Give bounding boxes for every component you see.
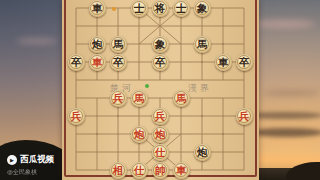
creator-handle: @全民象棋 — [7, 168, 37, 176]
piece-black-f5r1[interactable]: 将 — [152, 0, 169, 17]
piece-black-f2r1[interactable]: 車 — [89, 0, 106, 17]
piece-red-f5r8[interactable]: 炮 — [152, 126, 169, 143]
piece-black-f1r4[interactable]: 卒 — [68, 54, 85, 71]
piece-black-f2r3[interactable]: 炮 — [89, 36, 106, 53]
watermark: ▶ 西瓜视频 @全民象棋 — [7, 154, 57, 180]
piece-black-f7r3[interactable]: 馬 — [194, 36, 211, 53]
piece-red-f9r7[interactable]: 兵 — [236, 108, 253, 125]
piece-red-f3r10[interactable]: 相 — [110, 162, 127, 179]
piece-red-f4r8[interactable]: 炮 — [131, 126, 148, 143]
xigua-play-icon: ▶ — [7, 155, 17, 165]
platform-name: 西瓜视频 — [20, 154, 54, 166]
grey-cloud — [262, 90, 320, 96]
piece-red-f5r10[interactable]: 帥 — [152, 162, 169, 179]
piece-red-f5r7[interactable]: 兵 — [152, 108, 169, 125]
piece-red-f6r6[interactable]: 馬 — [173, 90, 190, 107]
piece-black-f5r3[interactable]: 象 — [152, 36, 169, 53]
piece-black-f4r1[interactable]: 士 — [131, 0, 148, 17]
dark-cloud — [250, 128, 320, 137]
piece-black-f7r1[interactable]: 象 — [194, 0, 211, 17]
piece-black-f5r4[interactable]: 卒 — [152, 54, 169, 71]
piece-red-f3r6[interactable]: 兵 — [110, 90, 127, 107]
piece-red-f6r10[interactable]: 車 — [173, 162, 190, 179]
piece-black-f7r9[interactable]: 炮 — [194, 144, 211, 161]
piece-red-f5r9[interactable]: 仕 — [152, 144, 169, 161]
piece-red-f1r7[interactable]: 兵 — [68, 108, 85, 125]
piece-black-f3r4[interactable]: 卒 — [110, 54, 127, 71]
screenshot-root: 楚河 漢界 車士将士象炮馬象馬卒車卒卒車卒兵馬馬兵兵兵炮炮仕炮相仕帥車 ▶ 西瓜… — [0, 0, 320, 180]
piece-red-f4r10[interactable]: 仕 — [131, 162, 148, 179]
orange-dot — [112, 7, 116, 11]
piece-black-f9r4[interactable]: 卒 — [236, 54, 253, 71]
piece-black-f6r1[interactable]: 士 — [173, 0, 190, 17]
green-dot — [145, 84, 149, 88]
piece-black-f8r4[interactable]: 車 — [215, 54, 232, 71]
pink-cloud — [16, 38, 58, 44]
xiangqi-board[interactable]: 楚河 漢界 車士将士象炮馬象馬卒車卒卒車卒兵馬馬兵兵兵炮炮仕炮相仕帥車 — [62, 0, 259, 180]
pink-cloud — [253, 20, 315, 28]
piece-red-f4r6[interactable]: 馬 — [131, 90, 148, 107]
piece-red-f2r4[interactable]: 車 — [89, 54, 106, 71]
piece-black-f3r3[interactable]: 馬 — [110, 36, 127, 53]
